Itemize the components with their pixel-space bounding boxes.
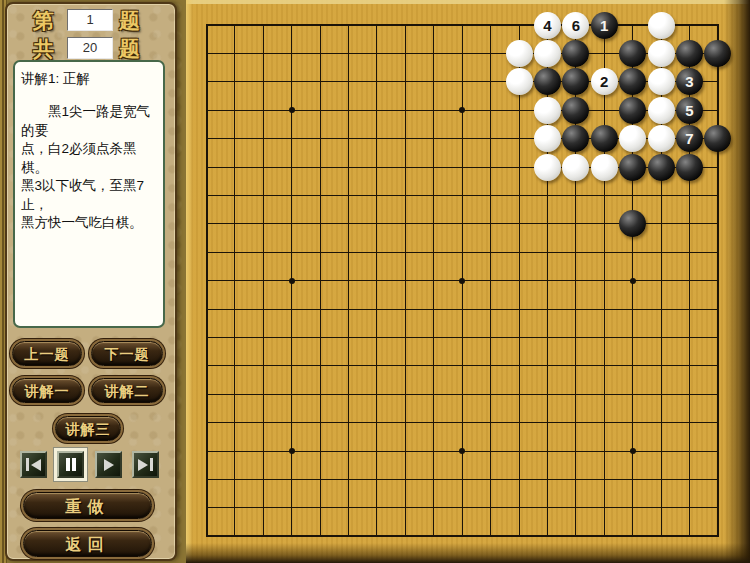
black-stone — [619, 97, 646, 124]
white-stone — [562, 154, 589, 181]
white-stone: 6 — [562, 12, 589, 39]
black-stone — [619, 154, 646, 181]
explanation-panel: 讲解1: 正解 黑1尖一路是宽气的要 点，白2必须点杀黑棋。 黑3以下收气，至黑… — [13, 60, 165, 328]
grid-line — [604, 24, 605, 537]
star-point — [630, 448, 636, 454]
black-stone — [676, 40, 703, 67]
move-number-label: 1 — [600, 18, 608, 33]
black-stone — [562, 125, 589, 152]
black-stone — [562, 40, 589, 67]
black-stone — [562, 68, 589, 95]
redo-button[interactable]: 重做 — [23, 492, 152, 519]
move-number-label: 2 — [600, 74, 608, 89]
grid-line — [206, 479, 719, 480]
play-triangle-icon — [104, 459, 114, 471]
white-stone — [619, 125, 646, 152]
grid-line — [206, 365, 719, 366]
white-stone — [591, 154, 618, 181]
move-number-label: 7 — [685, 131, 693, 146]
white-stone: 2 — [591, 68, 618, 95]
white-stone — [534, 97, 561, 124]
explanation-3-button[interactable]: 讲解三 — [55, 416, 121, 441]
explanation-text: 黑1尖一路是宽气的要 点，白2必须点杀黑棋。 黑3以下收气，至黑7止， 黑方快一… — [21, 103, 157, 233]
explanation-title: 讲解1: 正解 — [21, 70, 157, 87]
white-stone — [648, 40, 675, 67]
explanation-line: 点，白2必须点杀黑棋。 — [21, 140, 157, 177]
black-stone: 1 — [591, 12, 618, 39]
black-stone — [676, 154, 703, 181]
white-stone — [506, 68, 533, 95]
white-stone — [534, 154, 561, 181]
black-stone: 3 — [676, 68, 703, 95]
grid-line — [206, 337, 719, 338]
white-stone — [534, 125, 561, 152]
explanation-line: 黑方快一气吃白棋。 — [21, 214, 157, 233]
move-number-label: 6 — [572, 18, 580, 33]
app-window: 第 1 题 共 20 题 讲解1: 正解 黑1尖一路是宽气的要 点，白2必须点杀… — [0, 0, 750, 563]
star-point — [630, 278, 636, 284]
explanation-2-button[interactable]: 讲解二 — [91, 378, 163, 403]
explanation-1-button[interactable]: 讲解一 — [12, 378, 82, 403]
board-bottom-shadow — [186, 543, 750, 563]
black-stone — [562, 97, 589, 124]
problem-prefix-label: 第 — [33, 7, 54, 35]
problem-suffix-label: 题 — [119, 7, 140, 35]
move-number-label: 3 — [685, 74, 693, 89]
grid-line — [206, 535, 719, 537]
board-left-highlight — [186, 0, 193, 563]
grid-line — [206, 507, 719, 508]
pause-bar-icon — [66, 458, 70, 471]
total-number-input[interactable]: 20 — [67, 37, 113, 59]
star-point — [459, 448, 465, 454]
black-stone — [619, 68, 646, 95]
go-board[interactable]: 4612357 — [186, 0, 750, 563]
star-point — [289, 448, 295, 454]
white-stone — [648, 97, 675, 124]
black-stone: 7 — [676, 125, 703, 152]
move-number-label: 5 — [685, 103, 693, 118]
white-stone — [534, 40, 561, 67]
grid-line — [717, 24, 719, 537]
play-button[interactable] — [95, 451, 122, 478]
black-stone — [591, 125, 618, 152]
skip-end-bar-icon — [150, 458, 153, 471]
white-stone — [648, 125, 675, 152]
skip-to-start-button[interactable] — [20, 451, 47, 478]
grid-line — [206, 309, 719, 310]
sidebar: 第 1 题 共 20 题 讲解1: 正解 黑1尖一路是宽气的要 点，白2必须点杀… — [0, 0, 186, 563]
pause-bar-icon — [72, 458, 76, 471]
next-problem-button[interactable]: 下一题 — [91, 341, 163, 366]
black-stone — [534, 68, 561, 95]
problem-number-input[interactable]: 1 — [67, 9, 113, 31]
black-stone: 5 — [676, 97, 703, 124]
star-point — [459, 278, 465, 284]
white-stone — [648, 68, 675, 95]
white-stone: 4 — [534, 12, 561, 39]
black-stone — [648, 154, 675, 181]
black-stone — [619, 40, 646, 67]
total-suffix-label: 题 — [119, 35, 140, 63]
star-point — [289, 278, 295, 284]
star-point — [289, 107, 295, 113]
explanation-line: 黑1尖一路是宽气的要 — [21, 103, 157, 140]
skip-start-triangle-icon — [31, 459, 41, 471]
skip-start-bar-icon — [26, 458, 29, 471]
pause-button[interactable] — [57, 451, 84, 478]
grid-line — [206, 394, 719, 395]
skip-end-triangle-icon — [138, 459, 148, 471]
board-right-shadow — [724, 0, 750, 563]
grid-line — [206, 422, 719, 423]
white-stone — [648, 12, 675, 39]
grid-line — [490, 24, 491, 537]
star-point — [459, 107, 465, 113]
black-stone — [619, 210, 646, 237]
move-number-label: 4 — [543, 18, 551, 33]
white-stone — [506, 40, 533, 67]
prev-problem-button[interactable]: 上一题 — [12, 341, 82, 366]
back-button[interactable]: 返回 — [23, 530, 152, 557]
board-top-highlight — [186, 0, 750, 4]
grid-line — [519, 24, 520, 537]
explanation-line: 黑3以下收气，至黑7止， — [21, 177, 157, 214]
total-prefix-label: 共 — [33, 35, 54, 63]
skip-to-end-button[interactable] — [132, 451, 159, 478]
